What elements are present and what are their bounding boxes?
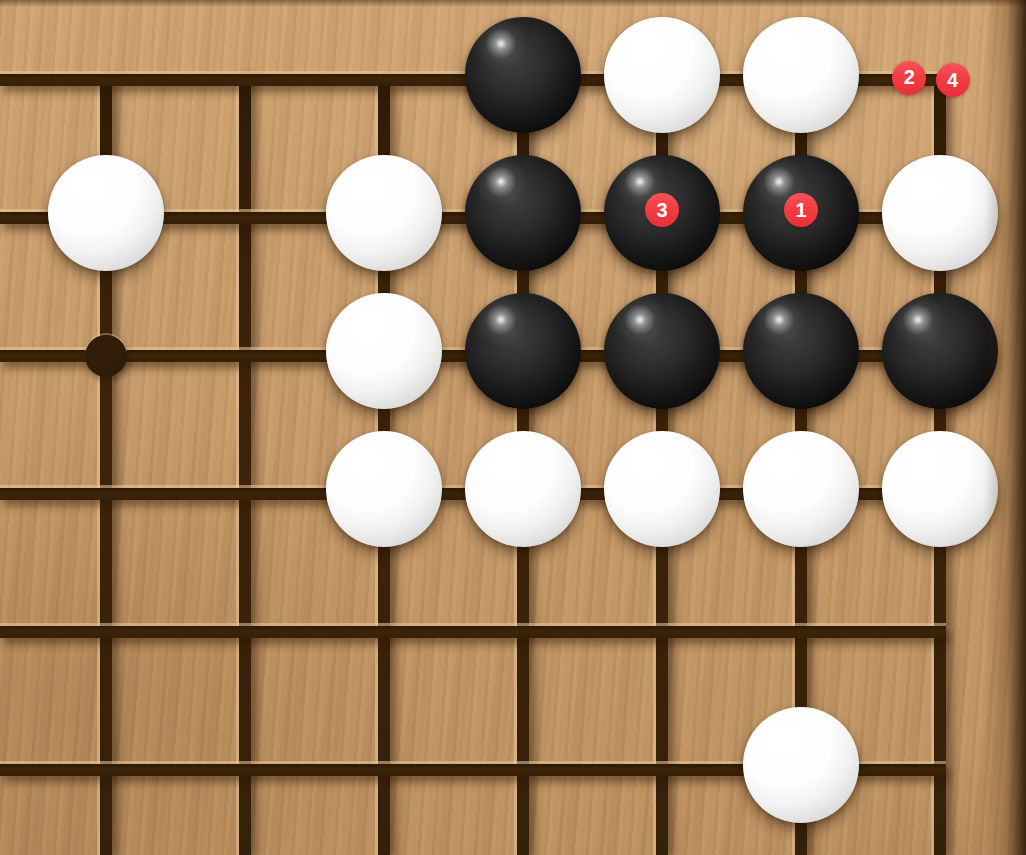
grid-line-vertical bbox=[239, 74, 251, 855]
black-stone bbox=[465, 293, 581, 409]
black-stone bbox=[882, 293, 998, 409]
floating-move-number-badge: 2 bbox=[892, 61, 926, 95]
white-stone bbox=[465, 431, 581, 547]
go-board-surface[interactable]: 3124 bbox=[0, 0, 1026, 855]
floating-move-number-badge: 4 bbox=[936, 63, 970, 97]
white-stone bbox=[326, 431, 442, 547]
white-stone bbox=[604, 17, 720, 133]
white-stone bbox=[48, 155, 164, 271]
move-number-badge: 1 bbox=[784, 193, 818, 227]
star-point bbox=[85, 335, 127, 377]
white-stone bbox=[326, 293, 442, 409]
black-stone bbox=[465, 155, 581, 271]
grid-line-horizontal bbox=[0, 626, 946, 638]
white-stone bbox=[326, 155, 442, 271]
black-stone bbox=[465, 17, 581, 133]
move-number-badge: 3 bbox=[645, 193, 679, 227]
white-stone bbox=[743, 17, 859, 133]
black-stone bbox=[743, 293, 859, 409]
white-stone bbox=[882, 431, 998, 547]
black-stone bbox=[604, 293, 720, 409]
white-stone bbox=[743, 707, 859, 823]
go-app-screen: 3124 bbox=[0, 0, 1026, 855]
white-stone bbox=[882, 155, 998, 271]
white-stone bbox=[604, 431, 720, 547]
white-stone bbox=[743, 431, 859, 547]
